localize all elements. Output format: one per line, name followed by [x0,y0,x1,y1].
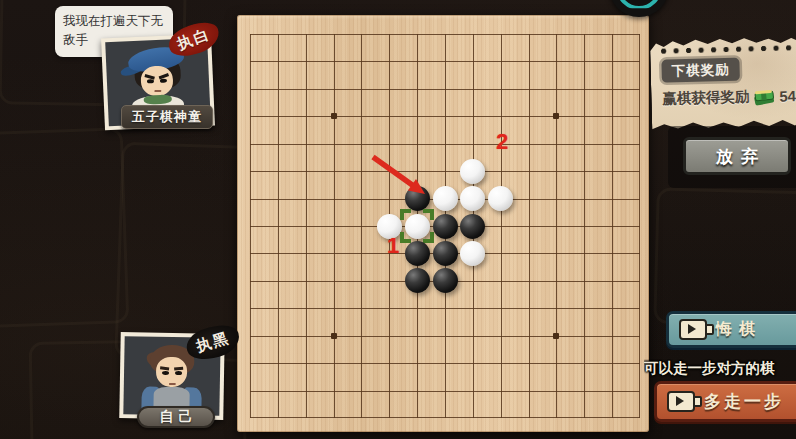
reward-label: 赢棋获得奖励 [662,87,749,108]
star-point [553,113,559,119]
background-stone [0,127,129,329]
forfeit-button[interactable]: 放弃 [683,137,791,175]
stone-white [460,159,485,184]
extra-move-button[interactable]: 多走一步 [654,381,796,422]
stone-white [460,241,485,266]
avatar-eye [175,371,182,375]
avatar-mouth [169,383,176,385]
star-point [553,333,559,339]
stone-black [433,214,458,239]
reward-amount: 54 [779,87,796,104]
star-point [331,113,337,119]
player-name-plate: 自己 [137,406,215,428]
gomoku-board: 12 [237,15,649,432]
extra-move-button-label: 多走一步 [704,390,784,413]
avatar-eye [162,371,169,375]
stone-white [405,214,430,239]
extra-move-tip: 可以走一步对方的棋 [644,359,796,378]
board-grid[interactable]: 12 [250,34,640,418]
undo-move-button[interactable]: 悔棋 [666,311,796,348]
stitch-dots [660,44,794,55]
avatar-mouth [154,90,161,92]
stone-black [405,241,430,266]
reward-panel: 下棋奖励 赢棋获得奖励 54 [650,34,796,132]
ad-video-icon [679,319,707,340]
stone-black [433,241,458,266]
game-screen: 12 我现在打遍天下无敌手 执白 五子棋神童 [0,0,796,439]
stone-white [488,186,513,211]
stone-black [405,186,430,211]
stone-black [405,268,430,293]
opponent-name-plate: 五子棋神童 [121,105,213,129]
stone-white [460,186,485,211]
stone-white [433,186,458,211]
stone-black [460,214,485,239]
stone-black [433,268,458,293]
undo-button-label: 悔棋 [716,319,762,340]
annotation-label: 2 [496,129,508,155]
ad-video-icon [667,391,695,412]
annotation-label: 1 [387,233,399,259]
star-point [331,333,337,339]
money-icon [753,88,776,106]
reward-title-badge: 下棋奖励 [661,58,740,83]
background-stone [653,187,796,328]
